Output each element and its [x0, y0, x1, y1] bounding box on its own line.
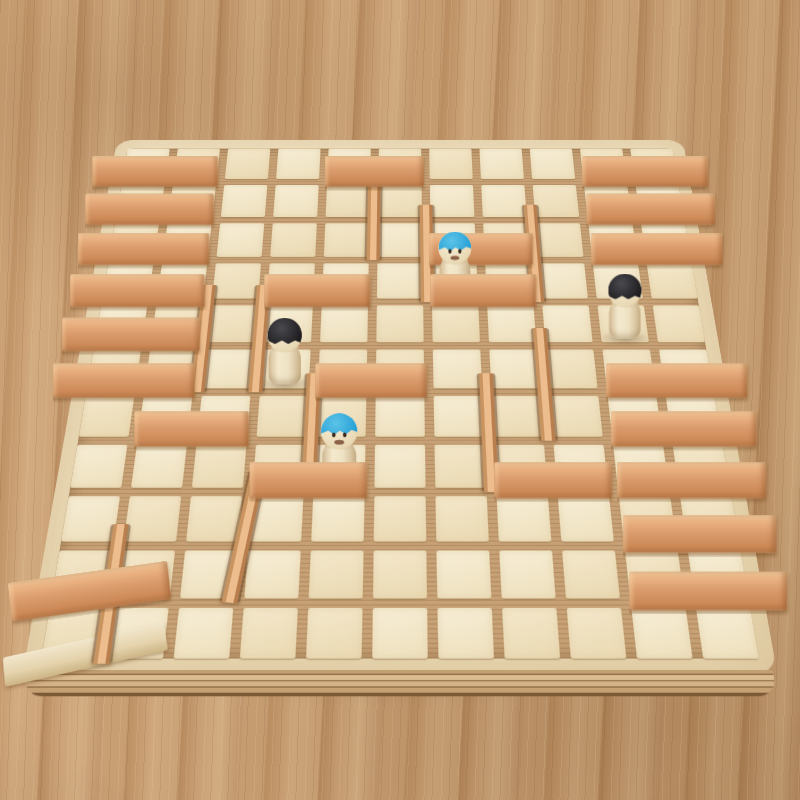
pawn-eye — [332, 433, 336, 438]
wall-horizontal[interactable] — [325, 156, 424, 187]
wall-horizontal[interactable] — [623, 515, 776, 553]
pawn-eye — [343, 433, 347, 438]
game-board — [19, 140, 782, 697]
wall-horizontal[interactable] — [617, 462, 766, 499]
pawn-head — [321, 413, 357, 449]
pawn-head — [608, 274, 642, 308]
pawn-head — [438, 232, 471, 265]
pawn-black[interactable] — [603, 274, 646, 339]
wall-horizontal[interactable] — [629, 571, 787, 610]
wall-horizontal[interactable] — [430, 274, 536, 307]
wall-horizontal[interactable] — [78, 233, 210, 265]
pawn-cap-black — [608, 274, 642, 308]
pawn-mouth — [450, 256, 459, 260]
wall-horizontal[interactable] — [8, 561, 172, 622]
wall-horizontal[interactable] — [134, 411, 248, 447]
pawn-black[interactable] — [263, 318, 307, 385]
wall-horizontal[interactable] — [494, 462, 611, 499]
wall-horizontal[interactable] — [611, 411, 756, 447]
wall-horizontal[interactable] — [264, 274, 370, 307]
pawn-eye — [448, 249, 451, 253]
pawn-cap-black — [267, 318, 302, 353]
wall-horizontal[interactable] — [586, 193, 714, 225]
wall-horizontal[interactable] — [70, 274, 205, 307]
wall-horizontal[interactable] — [606, 363, 748, 398]
wall-horizontal[interactable] — [62, 317, 200, 351]
wall-horizontal[interactable] — [582, 156, 708, 187]
pieces-layer — [23, 140, 778, 674]
wall-horizontal[interactable] — [249, 462, 366, 499]
wall-horizontal[interactable] — [85, 193, 213, 225]
pawn-mouth — [334, 440, 344, 445]
wall-horizontal[interactable] — [315, 363, 426, 398]
wall-vertical[interactable] — [531, 328, 558, 441]
pawn-head — [267, 318, 302, 353]
wall-horizontal[interactable] — [53, 363, 195, 398]
pawn-eye — [458, 249, 461, 253]
board-plywood-edge — [23, 670, 778, 697]
wall-horizontal[interactable] — [92, 156, 218, 187]
wall-horizontal[interactable] — [591, 233, 723, 265]
